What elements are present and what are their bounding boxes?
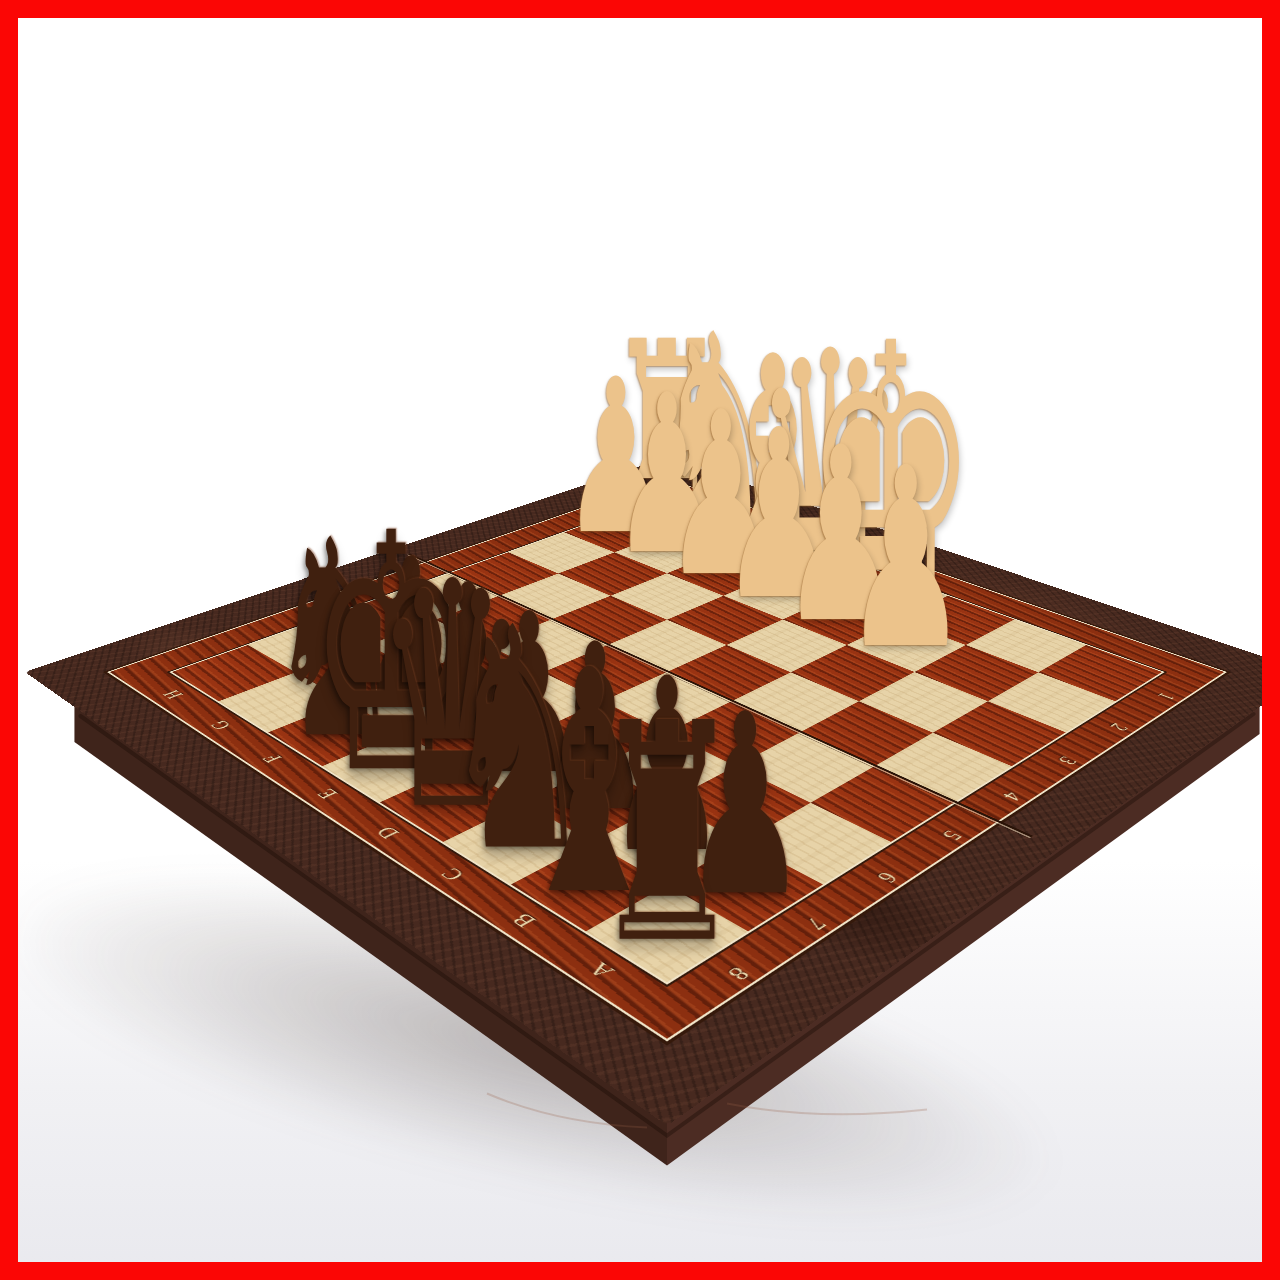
- rank-label-5: 5: [937, 827, 966, 842]
- product-photo: HGFEDCBA 12345678 ♜♝♞♛♚♞♟♟♟♟♟♟♜♞♝♛♚♟♟♟♟♟…: [0, 0, 1280, 1280]
- rank-label-3: 3: [1053, 754, 1081, 767]
- rank-label-8: 8: [722, 964, 754, 984]
- file-label-d: D: [371, 824, 404, 841]
- file-label-c: C: [436, 865, 469, 883]
- file-label-h: H: [158, 688, 187, 701]
- file-label-f: F: [258, 751, 286, 764]
- file-label-e: E: [312, 786, 342, 801]
- file-label-a: A: [583, 959, 620, 982]
- rank-label-2: 2: [1105, 721, 1132, 733]
- rank-label-6: 6: [872, 869, 902, 886]
- rank-label-7: 7: [800, 914, 831, 932]
- file-label-b: B: [507, 910, 541, 930]
- file-label-g: G: [206, 718, 236, 732]
- rank-label-4: 4: [998, 789, 1027, 803]
- rank-label-1: 1: [1153, 691, 1179, 702]
